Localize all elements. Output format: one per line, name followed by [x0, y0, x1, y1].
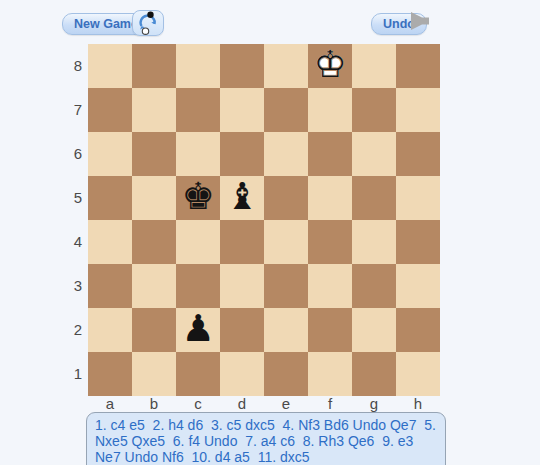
square-e6[interactable]	[264, 132, 308, 176]
square-e4[interactable]	[264, 220, 308, 264]
square-a7[interactable]	[88, 88, 132, 132]
file-label-b: b	[132, 395, 176, 413]
square-a1[interactable]	[88, 352, 132, 396]
rank-label-2: 2	[56, 308, 82, 352]
swap-colors-icon	[136, 11, 160, 35]
square-f6[interactable]	[308, 132, 352, 176]
square-e7[interactable]	[264, 88, 308, 132]
square-e8[interactable]	[264, 44, 308, 88]
square-f1[interactable]	[308, 352, 352, 396]
square-h3[interactable]	[396, 264, 440, 308]
square-e5[interactable]	[264, 176, 308, 220]
swap-colors-button[interactable]	[132, 10, 164, 36]
square-e2[interactable]	[264, 308, 308, 352]
square-g2[interactable]	[352, 308, 396, 352]
square-d3[interactable]	[220, 264, 264, 308]
square-f2[interactable]	[308, 308, 352, 352]
square-d7[interactable]	[220, 88, 264, 132]
square-a2[interactable]	[88, 308, 132, 352]
rank-label-7: 7	[56, 88, 82, 132]
square-c4[interactable]	[176, 220, 220, 264]
square-g1[interactable]	[352, 352, 396, 396]
square-a4[interactable]	[88, 220, 132, 264]
square-b6[interactable]	[132, 132, 176, 176]
square-h5[interactable]	[396, 176, 440, 220]
square-a6[interactable]	[88, 132, 132, 176]
rank-label-1: 1	[56, 352, 82, 396]
square-f8[interactable]: ♚♔	[308, 44, 352, 88]
square-c2[interactable]: ♟	[176, 308, 220, 352]
piece-white-king-outline: ♔	[308, 44, 352, 88]
square-f3[interactable]	[308, 264, 352, 308]
rank-label-5: 5	[56, 176, 82, 220]
square-h8[interactable]	[396, 44, 440, 88]
square-d1[interactable]	[220, 352, 264, 396]
file-label-c: c	[176, 395, 220, 413]
rank-label-8: 8	[56, 44, 82, 88]
square-f7[interactable]	[308, 88, 352, 132]
square-h4[interactable]	[396, 220, 440, 264]
square-d2[interactable]	[220, 308, 264, 352]
square-h1[interactable]	[396, 352, 440, 396]
square-g5[interactable]	[352, 176, 396, 220]
rank-label-6: 6	[56, 132, 82, 176]
square-b3[interactable]	[132, 264, 176, 308]
square-c1[interactable]	[176, 352, 220, 396]
square-e3[interactable]	[264, 264, 308, 308]
square-a3[interactable]	[88, 264, 132, 308]
move-list: 1. c4 e5 2. h4 d6 3. c5 dxc5 4. Nf3 Bd6 …	[86, 412, 446, 465]
piece-white-king: ♚	[308, 44, 352, 88]
square-c6[interactable]	[176, 132, 220, 176]
square-c7[interactable]	[176, 88, 220, 132]
chess-board: ♚♔♚♝♟	[88, 44, 440, 396]
square-a8[interactable]	[88, 44, 132, 88]
file-label-e: e	[264, 395, 308, 413]
square-f5[interactable]	[308, 176, 352, 220]
square-g6[interactable]	[352, 132, 396, 176]
rank-label-3: 3	[56, 264, 82, 308]
square-b8[interactable]	[132, 44, 176, 88]
square-g3[interactable]	[352, 264, 396, 308]
square-e1[interactable]	[264, 352, 308, 396]
file-label-g: g	[352, 395, 396, 413]
square-b4[interactable]	[132, 220, 176, 264]
square-d6[interactable]	[220, 132, 264, 176]
square-d5[interactable]: ♝	[220, 176, 264, 220]
file-label-d: d	[220, 395, 264, 413]
square-c5[interactable]: ♚	[176, 176, 220, 220]
square-b1[interactable]	[132, 352, 176, 396]
square-g7[interactable]	[352, 88, 396, 132]
piece-black-king: ♚	[176, 176, 220, 220]
square-c8[interactable]	[176, 44, 220, 88]
piece-black-pawn: ♟	[176, 308, 220, 352]
square-c3[interactable]	[176, 264, 220, 308]
square-g8[interactable]	[352, 44, 396, 88]
square-h7[interactable]	[396, 88, 440, 132]
square-g4[interactable]	[352, 220, 396, 264]
speaker-muted-icon	[410, 11, 432, 31]
file-label-a: a	[88, 395, 132, 413]
piece-black-bishop: ♝	[220, 176, 264, 220]
square-d4[interactable]	[220, 220, 264, 264]
square-d8[interactable]	[220, 44, 264, 88]
square-b2[interactable]	[132, 308, 176, 352]
square-h6[interactable]	[396, 132, 440, 176]
square-b7[interactable]	[132, 88, 176, 132]
square-a5[interactable]	[88, 176, 132, 220]
file-label-f: f	[308, 395, 352, 413]
square-f4[interactable]	[308, 220, 352, 264]
square-h2[interactable]	[396, 308, 440, 352]
file-label-h: h	[396, 395, 440, 413]
rank-labels: 87654321	[56, 44, 82, 396]
file-labels: abcdefgh	[88, 395, 440, 413]
square-b5[interactable]	[132, 176, 176, 220]
rank-label-4: 4	[56, 220, 82, 264]
speaker-muted-button[interactable]	[410, 11, 432, 31]
